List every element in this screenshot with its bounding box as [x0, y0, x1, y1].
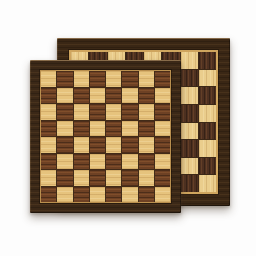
front-board-square-e6 [106, 104, 121, 120]
front-board-square-g6 [139, 104, 154, 120]
back-board-square-h2 [199, 158, 216, 175]
front-board-square-a8 [41, 71, 56, 87]
front-board-square-d8 [90, 71, 105, 87]
front-board-square-h8 [155, 71, 170, 87]
front-board-square-h4 [155, 137, 170, 153]
back-board-square-g2 [181, 158, 198, 175]
front-board-square-d1 [90, 187, 105, 203]
front-board-square-g1 [139, 187, 154, 203]
back-board-square-g5 [181, 105, 198, 122]
front-board-field [41, 71, 170, 202]
front-board-square-h1 [155, 187, 170, 203]
back-board-square-g6 [181, 87, 198, 104]
front-board-square-f8 [122, 71, 137, 87]
product-photo [0, 0, 256, 256]
front-board-square-c1 [74, 187, 89, 203]
front-board-square-h6 [155, 104, 170, 120]
front-board-square-a7 [41, 88, 56, 104]
front-board-square-c5 [74, 121, 89, 137]
front-board-square-a4 [41, 137, 56, 153]
front-board-square-b3 [57, 154, 72, 170]
front-board-square-f4 [122, 137, 137, 153]
front-board-square-a6 [41, 104, 56, 120]
front-board-square-f5 [122, 121, 137, 137]
front-board-square-c6 [74, 104, 89, 120]
front-board-square-g3 [139, 154, 154, 170]
front-board-square-d2 [90, 170, 105, 186]
front-board-square-b4 [57, 137, 72, 153]
front-board-square-c8 [74, 71, 89, 87]
front-board-square-g8 [139, 71, 154, 87]
front-board-square-b5 [57, 121, 72, 137]
front-board-square-b2 [57, 170, 72, 186]
front-board-square-d7 [90, 88, 105, 104]
front-board-square-e5 [106, 121, 121, 137]
front-board-square-c3 [74, 154, 89, 170]
back-board-square-g1 [181, 175, 198, 192]
front-board-square-a2 [41, 170, 56, 186]
front-chessboard [30, 60, 181, 213]
front-board-square-f3 [122, 154, 137, 170]
back-board-square-g4 [181, 123, 198, 140]
front-board-square-a5 [41, 121, 56, 137]
front-board-square-e8 [106, 71, 121, 87]
front-board-square-e3 [106, 154, 121, 170]
back-board-square-g7 [181, 70, 198, 87]
front-board-square-e1 [106, 187, 121, 203]
back-board-square-g8 [181, 52, 198, 69]
front-board-square-b8 [57, 71, 72, 87]
front-board-square-d3 [90, 154, 105, 170]
front-board-square-e2 [106, 170, 121, 186]
front-board-square-f7 [122, 88, 137, 104]
back-board-square-h1 [199, 175, 216, 192]
front-board-square-a1 [41, 187, 56, 203]
front-board-square-g2 [139, 170, 154, 186]
front-board-square-b1 [57, 187, 72, 203]
front-board-square-f6 [122, 104, 137, 120]
front-board-square-e7 [106, 88, 121, 104]
back-board-square-g3 [181, 140, 198, 157]
front-board-square-h7 [155, 88, 170, 104]
front-board-square-f2 [122, 170, 137, 186]
front-board-square-g4 [139, 137, 154, 153]
front-board-square-c7 [74, 88, 89, 104]
front-board-square-g7 [139, 88, 154, 104]
front-board-square-c2 [74, 170, 89, 186]
front-board-square-b6 [57, 104, 72, 120]
back-board-square-h4 [199, 123, 216, 140]
front-board-square-e4 [106, 137, 121, 153]
back-board-square-h8 [199, 52, 216, 69]
front-board-square-f1 [122, 187, 137, 203]
front-board-square-d5 [90, 121, 105, 137]
back-board-square-h5 [199, 105, 216, 122]
front-board-square-c4 [74, 137, 89, 153]
front-board-pinstripe-inlay [40, 70, 171, 203]
front-board-square-h2 [155, 170, 170, 186]
back-board-square-h7 [199, 70, 216, 87]
front-board-square-d6 [90, 104, 105, 120]
back-board-square-h6 [199, 87, 216, 104]
front-board-square-g5 [139, 121, 154, 137]
front-board-square-d4 [90, 137, 105, 153]
front-board-square-h5 [155, 121, 170, 137]
front-board-square-h3 [155, 154, 170, 170]
front-board-square-a3 [41, 154, 56, 170]
back-board-square-h3 [199, 140, 216, 157]
front-board-square-b7 [57, 88, 72, 104]
